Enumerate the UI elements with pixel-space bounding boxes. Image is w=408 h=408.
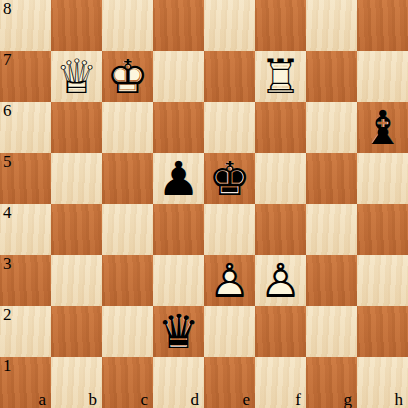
rank-label-8: 8 [3,0,12,19]
square-c6[interactable] [102,102,153,153]
square-h1[interactable]: h [357,357,408,408]
black-pawn[interactable]: ♙♟ [153,153,204,204]
square-d6[interactable] [153,102,204,153]
square-d3[interactable] [153,255,204,306]
square-b3[interactable] [51,255,102,306]
square-c7[interactable]: ♚♔ [102,51,153,102]
white-queen[interactable]: ♛♕ [51,51,102,102]
square-e7[interactable] [204,51,255,102]
square-c2[interactable] [102,306,153,357]
square-f4[interactable] [255,204,306,255]
square-c4[interactable] [102,204,153,255]
square-b1[interactable]: b [51,357,102,408]
square-c1[interactable]: c [102,357,153,408]
square-b6[interactable] [51,102,102,153]
square-g8[interactable] [306,0,357,51]
white-king[interactable]: ♚♔ [102,51,153,102]
square-f8[interactable] [255,0,306,51]
square-c8[interactable] [102,0,153,51]
black-bishop[interactable]: ♗♝ [357,102,408,153]
square-a4[interactable]: 4 [0,204,51,255]
square-g1[interactable]: g [306,357,357,408]
square-h8[interactable] [357,0,408,51]
square-g2[interactable] [306,306,357,357]
square-g5[interactable] [306,153,357,204]
file-label-g: g [344,391,353,408]
square-g7[interactable] [306,51,357,102]
rank-label-7: 7 [3,51,12,70]
square-e2[interactable] [204,306,255,357]
square-a6[interactable]: 6 [0,102,51,153]
square-h6[interactable]: ♗♝ [357,102,408,153]
square-h4[interactable] [357,204,408,255]
chess-board: 87♛♕♚♔♜♖6♗♝5♙♟♔♚43♟♙♟♙2♕♛1abcdefgh [0,0,408,408]
square-a5[interactable]: 5 [0,153,51,204]
square-b7[interactable]: ♛♕ [51,51,102,102]
square-c3[interactable] [102,255,153,306]
square-g3[interactable] [306,255,357,306]
square-f3[interactable]: ♟♙ [255,255,306,306]
white-pawn[interactable]: ♟♙ [255,255,306,306]
square-e1[interactable]: e [204,357,255,408]
square-b2[interactable] [51,306,102,357]
file-label-f: f [295,391,301,408]
square-h2[interactable] [357,306,408,357]
square-a7[interactable]: 7 [0,51,51,102]
square-g6[interactable] [306,102,357,153]
white-rook[interactable]: ♜♖ [255,51,306,102]
square-f5[interactable] [255,153,306,204]
rank-label-1: 1 [3,357,12,376]
rank-label-5: 5 [3,153,12,172]
file-label-c: c [140,391,148,408]
square-h3[interactable] [357,255,408,306]
square-d8[interactable] [153,0,204,51]
square-b5[interactable] [51,153,102,204]
square-e8[interactable] [204,0,255,51]
square-d1[interactable]: d [153,357,204,408]
square-a2[interactable]: 2 [0,306,51,357]
file-label-a: a [38,391,46,408]
square-f7[interactable]: ♜♖ [255,51,306,102]
file-label-d: d [191,391,200,408]
square-d2[interactable]: ♕♛ [153,306,204,357]
square-a1[interactable]: 1a [0,357,51,408]
square-e3[interactable]: ♟♙ [204,255,255,306]
square-d4[interactable] [153,204,204,255]
square-a3[interactable]: 3 [0,255,51,306]
square-c5[interactable] [102,153,153,204]
file-label-b: b [89,391,98,408]
square-b8[interactable] [51,0,102,51]
square-g4[interactable] [306,204,357,255]
square-e5[interactable]: ♔♚ [204,153,255,204]
square-e6[interactable] [204,102,255,153]
file-label-h: h [395,391,404,408]
square-h5[interactable] [357,153,408,204]
square-d5[interactable]: ♙♟ [153,153,204,204]
square-e4[interactable] [204,204,255,255]
square-f6[interactable] [255,102,306,153]
black-queen[interactable]: ♕♛ [153,306,204,357]
black-king[interactable]: ♔♚ [204,153,255,204]
rank-label-4: 4 [3,204,12,223]
rank-label-3: 3 [3,255,12,274]
square-d7[interactable] [153,51,204,102]
square-f2[interactable] [255,306,306,357]
square-b4[interactable] [51,204,102,255]
square-f1[interactable]: f [255,357,306,408]
rank-label-2: 2 [3,306,12,325]
square-a8[interactable]: 8 [0,0,51,51]
rank-label-6: 6 [3,102,12,121]
white-pawn[interactable]: ♟♙ [204,255,255,306]
file-label-e: e [242,391,250,408]
square-h7[interactable] [357,51,408,102]
